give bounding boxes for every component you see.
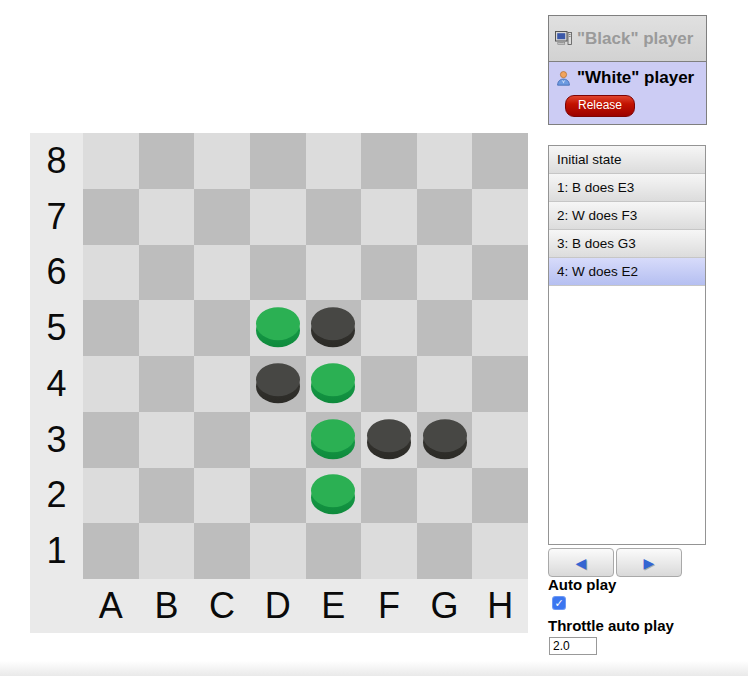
- square-B5[interactable]: [139, 300, 195, 356]
- square-G3[interactable]: [417, 412, 473, 468]
- square-D4[interactable]: [250, 356, 306, 412]
- right-arrow-icon: ▶: [644, 555, 655, 571]
- player-panel: "Black" player "White" player Release: [548, 15, 707, 125]
- disc-white-green: [311, 475, 355, 515]
- square-G7[interactable]: [417, 189, 473, 245]
- move-list: Initial state1: B does E32: W does F33: …: [548, 145, 706, 545]
- square-C8[interactable]: [194, 133, 250, 189]
- square-H2[interactable]: [472, 468, 528, 524]
- square-E5[interactable]: [306, 300, 362, 356]
- step-back-button[interactable]: ◀: [548, 548, 614, 577]
- row-label-4: 4: [30, 356, 83, 412]
- square-A5[interactable]: [83, 300, 139, 356]
- square-A6[interactable]: [83, 245, 139, 301]
- square-G8[interactable]: [417, 133, 473, 189]
- square-A4[interactable]: [83, 356, 139, 412]
- square-F3[interactable]: [361, 412, 417, 468]
- square-H3[interactable]: [472, 412, 528, 468]
- square-D5[interactable]: [250, 300, 306, 356]
- square-D2[interactable]: [250, 468, 306, 524]
- move-item[interactable]: 4: W does E2: [549, 258, 705, 286]
- person-icon: [555, 70, 572, 87]
- disc-black: [423, 419, 467, 459]
- throttle-input[interactable]: [549, 637, 597, 655]
- square-E1[interactable]: [306, 523, 362, 579]
- page: 87654321ABCDEFGH "Black" player: [0, 0, 748, 676]
- square-F7[interactable]: [361, 189, 417, 245]
- row-label-2: 2: [30, 468, 83, 524]
- square-E8[interactable]: [306, 133, 362, 189]
- autoplay-label: Auto play: [548, 576, 616, 593]
- white-player-label: "White" player: [577, 68, 694, 88]
- square-A7[interactable]: [83, 189, 139, 245]
- col-label-G: G: [417, 579, 473, 633]
- square-G5[interactable]: [417, 300, 473, 356]
- col-label-C: C: [194, 579, 250, 633]
- square-C4[interactable]: [194, 356, 250, 412]
- board-corner: [30, 579, 83, 633]
- square-E6[interactable]: [306, 245, 362, 301]
- square-B4[interactable]: [139, 356, 195, 412]
- square-A1[interactable]: [83, 523, 139, 579]
- square-F1[interactable]: [361, 523, 417, 579]
- col-label-F: F: [361, 579, 417, 633]
- release-button[interactable]: Release: [565, 95, 635, 117]
- col-label-B: B: [139, 579, 195, 633]
- nav-buttons: ◀ ▶: [548, 548, 682, 577]
- row-label-5: 5: [30, 300, 83, 356]
- square-F8[interactable]: [361, 133, 417, 189]
- white-player-cell: "White" player Release: [549, 62, 706, 124]
- square-C3[interactable]: [194, 412, 250, 468]
- square-B1[interactable]: [139, 523, 195, 579]
- checkmark-icon: ✓: [554, 597, 563, 609]
- square-F6[interactable]: [361, 245, 417, 301]
- col-label-D: D: [250, 579, 306, 633]
- square-E4[interactable]: [306, 356, 362, 412]
- square-G1[interactable]: [417, 523, 473, 579]
- computer-icon: [555, 30, 572, 47]
- board: 87654321ABCDEFGH: [30, 133, 528, 633]
- row-label-3: 3: [30, 412, 83, 468]
- square-F5[interactable]: [361, 300, 417, 356]
- row-label-1: 1: [30, 523, 83, 579]
- square-B6[interactable]: [139, 245, 195, 301]
- square-B2[interactable]: [139, 468, 195, 524]
- move-item[interactable]: 3: B does G3: [549, 230, 705, 258]
- row-label-7: 7: [30, 189, 83, 245]
- move-item[interactable]: 2: W does F3: [549, 202, 705, 230]
- square-H6[interactable]: [472, 245, 528, 301]
- col-label-E: E: [306, 579, 362, 633]
- square-D3[interactable]: [250, 412, 306, 468]
- square-C2[interactable]: [194, 468, 250, 524]
- square-D7[interactable]: [250, 189, 306, 245]
- square-D6[interactable]: [250, 245, 306, 301]
- square-C7[interactable]: [194, 189, 250, 245]
- square-F4[interactable]: [361, 356, 417, 412]
- row-label-8: 8: [30, 133, 83, 189]
- square-B7[interactable]: [139, 189, 195, 245]
- square-E7[interactable]: [306, 189, 362, 245]
- square-D1[interactable]: [250, 523, 306, 579]
- square-G2[interactable]: [417, 468, 473, 524]
- square-H7[interactable]: [472, 189, 528, 245]
- square-C6[interactable]: [194, 245, 250, 301]
- left-arrow-icon: ◀: [576, 555, 587, 571]
- move-item[interactable]: 1: B does E3: [549, 174, 705, 202]
- square-E2[interactable]: [306, 468, 362, 524]
- square-A8[interactable]: [83, 133, 139, 189]
- disc-black: [367, 419, 411, 459]
- square-C5[interactable]: [194, 300, 250, 356]
- square-A2[interactable]: [83, 468, 139, 524]
- square-G6[interactable]: [417, 245, 473, 301]
- bottom-strip: [0, 661, 748, 676]
- square-H8[interactable]: [472, 133, 528, 189]
- square-H4[interactable]: [472, 356, 528, 412]
- row-label-6: 6: [30, 245, 83, 301]
- throttle-label: Throttle auto play: [548, 617, 674, 634]
- square-E3[interactable]: [306, 412, 362, 468]
- move-item[interactable]: Initial state: [549, 146, 705, 174]
- col-label-H: H: [472, 579, 528, 633]
- disc-white-green: [256, 307, 300, 347]
- disc-white-green: [311, 419, 355, 459]
- step-forward-button[interactable]: ▶: [616, 548, 682, 577]
- square-B8[interactable]: [139, 133, 195, 189]
- disc-black: [311, 307, 355, 347]
- square-H5[interactable]: [472, 300, 528, 356]
- square-C1[interactable]: [194, 523, 250, 579]
- black-player-label: "Black" player: [577, 29, 693, 49]
- square-G4[interactable]: [417, 356, 473, 412]
- col-label-A: A: [83, 579, 139, 633]
- square-F2[interactable]: [361, 468, 417, 524]
- autoplay-checkbox[interactable]: ✓: [552, 596, 566, 610]
- square-D8[interactable]: [250, 133, 306, 189]
- square-A3[interactable]: [83, 412, 139, 468]
- square-B3[interactable]: [139, 412, 195, 468]
- black-player-cell: "Black" player: [549, 16, 706, 62]
- disc-black: [256, 363, 300, 403]
- square-H1[interactable]: [472, 523, 528, 579]
- disc-white-green: [311, 363, 355, 403]
